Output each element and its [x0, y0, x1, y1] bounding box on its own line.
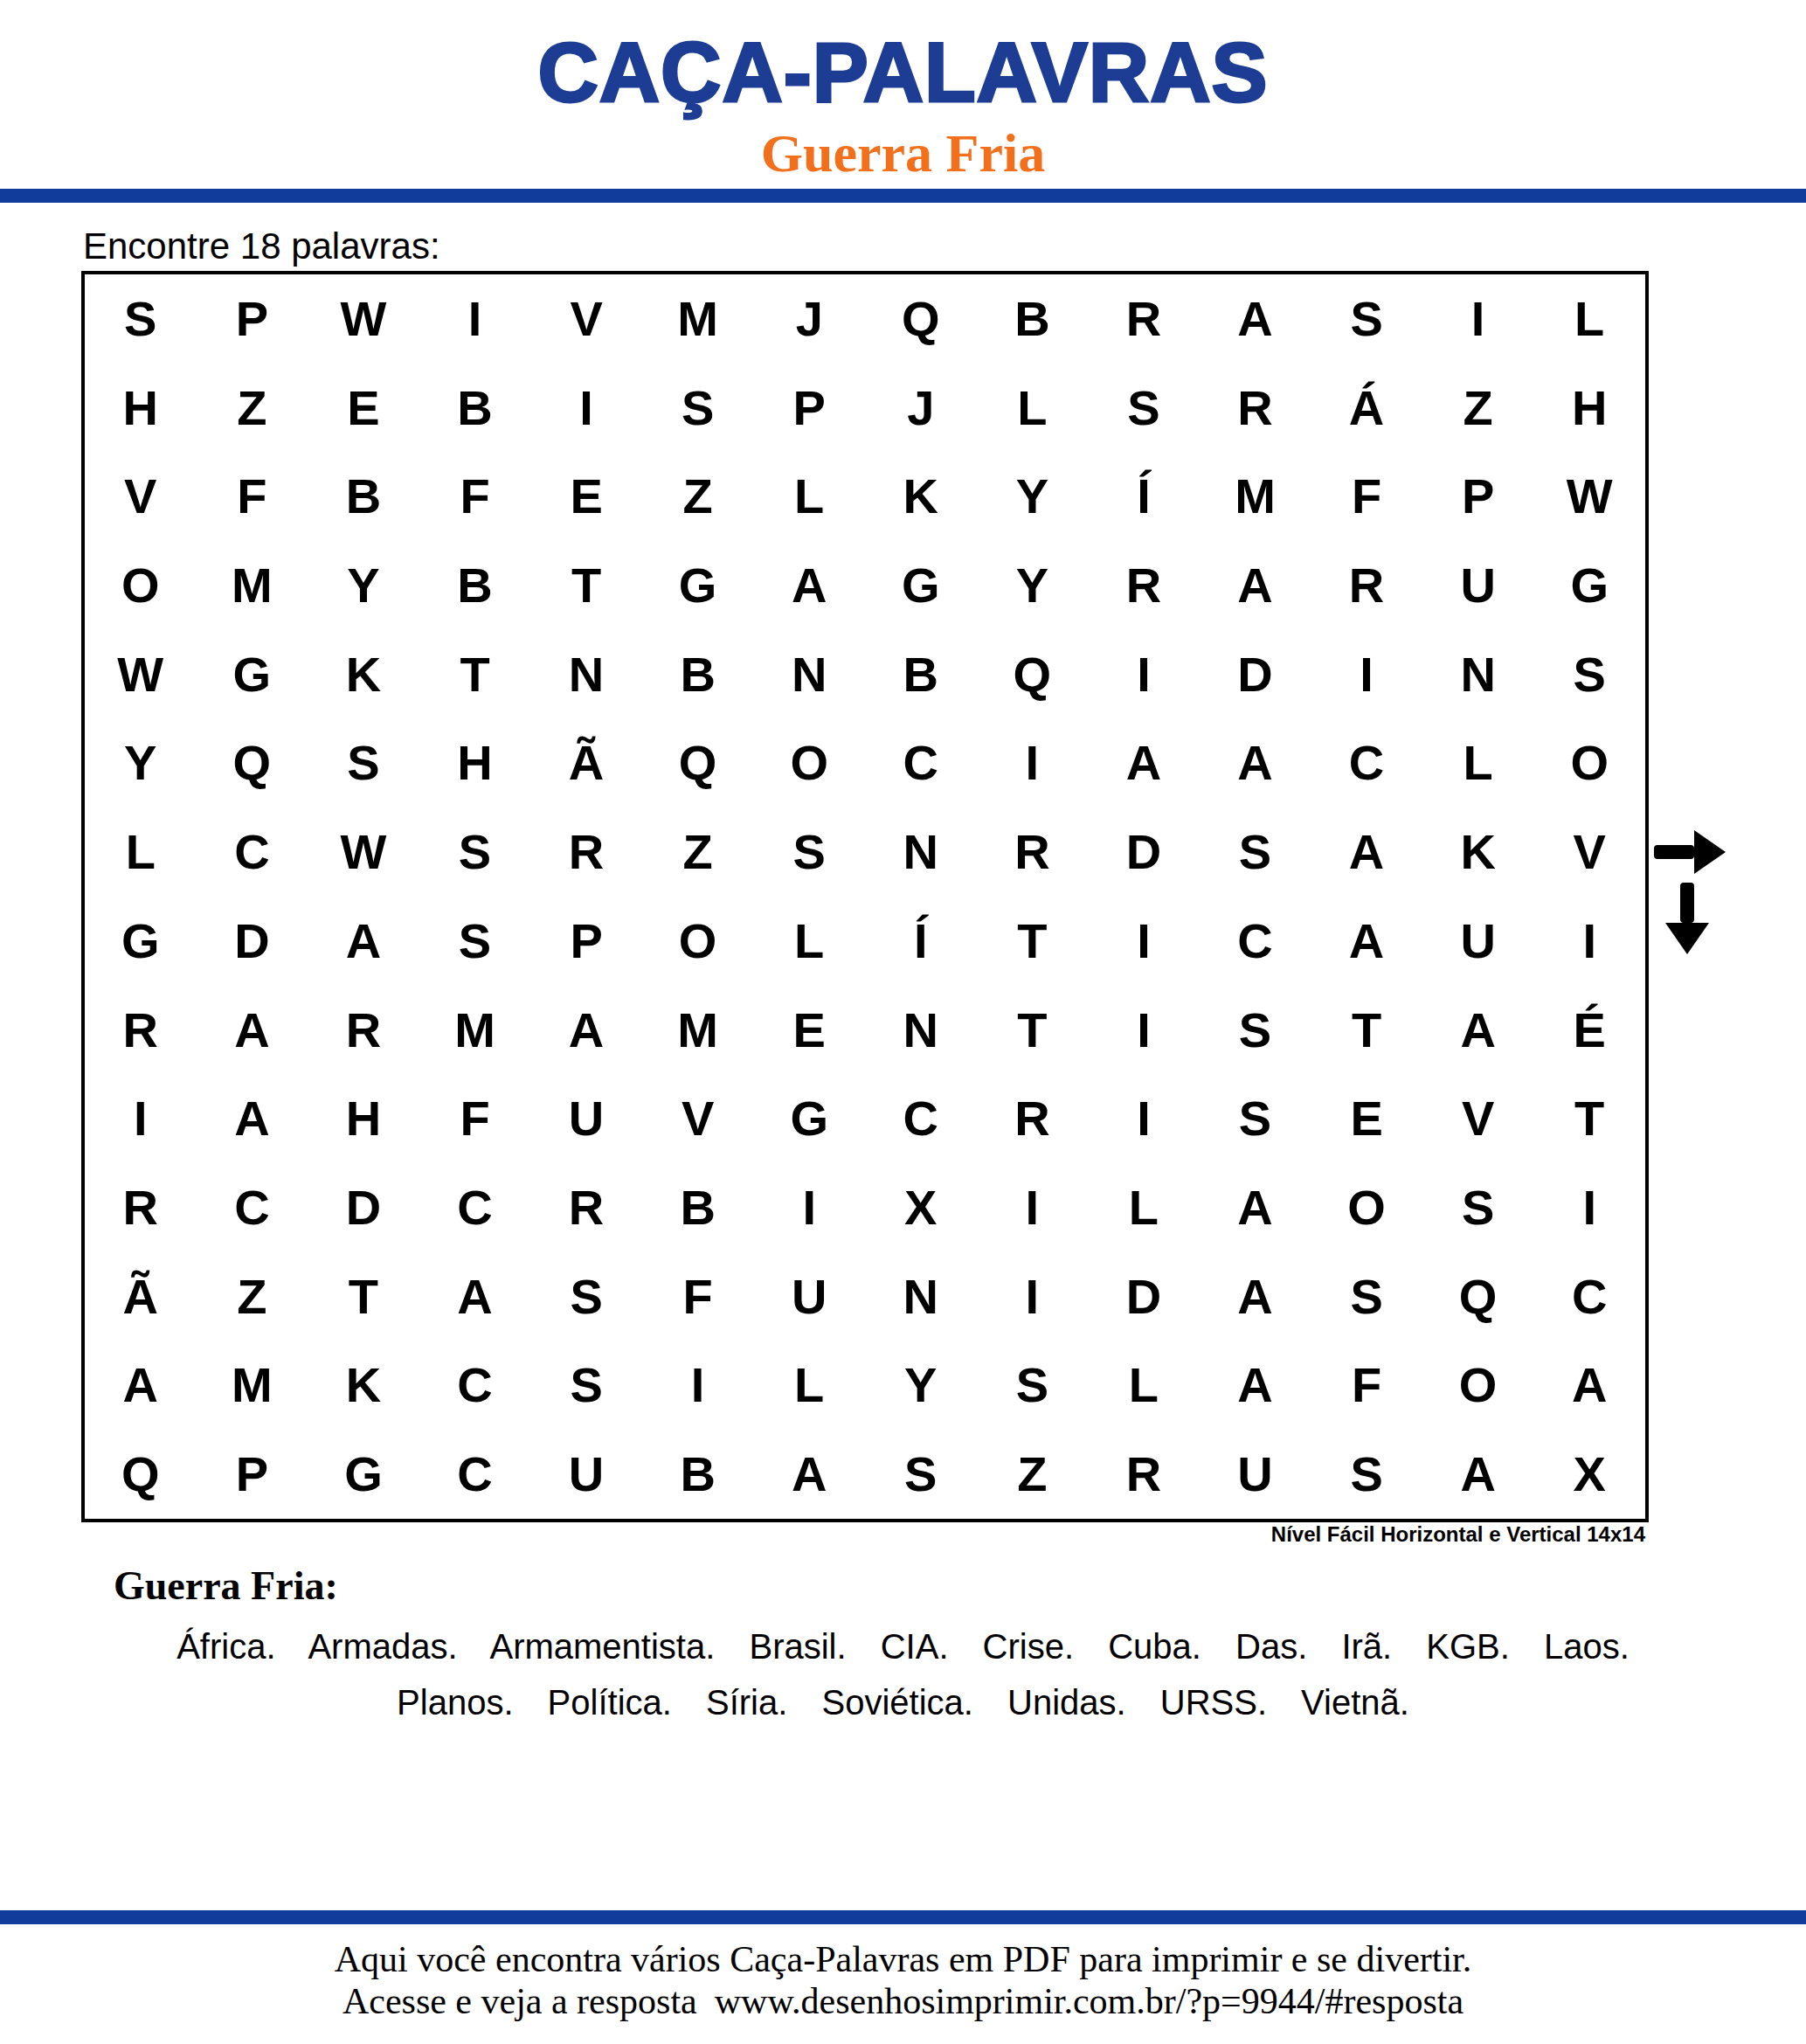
grid-cell[interactable]: B	[419, 541, 531, 630]
grid-cell[interactable]: X	[865, 1163, 977, 1252]
grid-cell[interactable]: Y	[977, 452, 1089, 541]
down-arrow-icon	[1665, 883, 1709, 954]
grid-cell[interactable]: Q	[1422, 1252, 1534, 1341]
grid-cell[interactable]: S	[1311, 1252, 1422, 1341]
grid-cell[interactable]: A	[1200, 719, 1311, 808]
grid-cell[interactable]: I	[1088, 897, 1200, 986]
grid-cell[interactable]: S	[419, 897, 531, 986]
grid-cell[interactable]: T	[419, 630, 531, 719]
grid-cell[interactable]: S	[865, 1430, 977, 1519]
grid-cell[interactable]: P	[753, 364, 865, 453]
word-list-line-1: África. Armadas. Armamentista. Brasil. C…	[0, 1627, 1806, 1666]
grid-cell[interactable]: Q	[642, 719, 754, 808]
grid-cell[interactable]: R	[1088, 274, 1200, 364]
grid-cell[interactable]: P	[1422, 452, 1534, 541]
grid-cell[interactable]: A	[1088, 719, 1200, 808]
grid-cell[interactable]: S	[1422, 1163, 1534, 1252]
grid-cell[interactable]: C	[419, 1430, 531, 1519]
grid-cell[interactable]: C	[197, 1163, 308, 1252]
grid-cell[interactable]: K	[308, 630, 419, 719]
grid-cell[interactable]: S	[1200, 807, 1311, 897]
grid-cell[interactable]: W	[308, 274, 419, 364]
grid-cell[interactable]: C	[1533, 1252, 1645, 1341]
grid-cell[interactable]: O	[642, 897, 754, 986]
grid-cell[interactable]: J	[865, 364, 977, 453]
grid-cell[interactable]: L	[977, 364, 1089, 453]
grid-cell[interactable]: U	[1422, 541, 1534, 630]
grid-cell[interactable]: R	[530, 1163, 642, 1252]
down-arrow-shaft	[1680, 883, 1694, 923]
grid-cell[interactable]: U	[530, 1430, 642, 1519]
grid-cell[interactable]: L	[753, 1341, 865, 1431]
grid-cell[interactable]: S	[753, 807, 865, 897]
grid-cell[interactable]: A	[1311, 897, 1422, 986]
grid-cell[interactable]: T	[977, 986, 1089, 1075]
grid-cell[interactable]: G	[197, 630, 308, 719]
grid-cell[interactable]: R	[1088, 1430, 1200, 1519]
grid-cell[interactable]: B	[977, 274, 1089, 364]
grid-cell[interactable]: A	[1200, 541, 1311, 630]
grid-cell[interactable]: A	[1533, 1341, 1645, 1431]
grid-cell[interactable]: I	[1533, 1163, 1645, 1252]
grid-cell[interactable]: P	[197, 1430, 308, 1519]
grid-cell[interactable]: T	[308, 1252, 419, 1341]
grid-cell[interactable]: K	[308, 1341, 419, 1431]
grid-cell[interactable]: W	[1533, 452, 1645, 541]
right-arrow-head	[1694, 830, 1726, 874]
grid-cell[interactable]: O	[753, 719, 865, 808]
grid-cell[interactable]: B	[642, 1163, 754, 1252]
grid-cell[interactable]: E	[530, 452, 642, 541]
grid-cell[interactable]: L	[753, 897, 865, 986]
grid-cell[interactable]: Q	[197, 719, 308, 808]
grid-cell[interactable]: J	[753, 274, 865, 364]
grid-cell[interactable]: E	[1311, 1074, 1422, 1163]
header-divider	[0, 189, 1806, 203]
grid-cell[interactable]: I	[1088, 986, 1200, 1075]
grid-cell[interactable]: A	[1422, 986, 1534, 1075]
grid-cell[interactable]: Q	[865, 274, 977, 364]
footer-divider	[0, 1910, 1806, 1924]
grid-cell[interactable]: G	[1533, 541, 1645, 630]
grid-cell[interactable]: L	[753, 452, 865, 541]
grid-cell[interactable]: P	[530, 897, 642, 986]
grid-cell[interactable]: N	[865, 986, 977, 1075]
grid-cell[interactable]: S	[85, 274, 197, 364]
page-subtitle: Guerra Fria	[0, 122, 1806, 184]
grid-cell[interactable]: G	[85, 897, 197, 986]
grid-cell[interactable]: A	[753, 1430, 865, 1519]
grid-cell[interactable]: A	[197, 1074, 308, 1163]
grid-cell[interactable]: M	[642, 274, 754, 364]
grid-cell[interactable]: É	[1533, 986, 1645, 1075]
grid-cell[interactable]: Ã	[530, 719, 642, 808]
grid-cell[interactable]: Y	[85, 719, 197, 808]
grid-cell[interactable]: U	[1422, 897, 1534, 986]
grid-cell[interactable]: M	[642, 986, 754, 1075]
grid-cell[interactable]: R	[530, 807, 642, 897]
grid-cell[interactable]: T	[1533, 1074, 1645, 1163]
grid-cell[interactable]: B	[642, 630, 754, 719]
grid-cell[interactable]: C	[1311, 719, 1422, 808]
grid-cell[interactable]: W	[85, 630, 197, 719]
grid-cell[interactable]: S	[308, 719, 419, 808]
grid-cell[interactable]: Ã	[85, 1252, 197, 1341]
grid-cell[interactable]: S	[1533, 630, 1645, 719]
grid-cell[interactable]: O	[1311, 1163, 1422, 1252]
grid-cell[interactable]: F	[419, 452, 531, 541]
grid-cell[interactable]: V	[85, 452, 197, 541]
grid-cell[interactable]: I	[977, 719, 1089, 808]
grid-cell[interactable]: S	[1088, 364, 1200, 453]
grid-cell[interactable]: S	[1311, 1430, 1422, 1519]
grid-cell[interactable]: L	[1422, 719, 1534, 808]
grid-cell[interactable]: U	[530, 1074, 642, 1163]
grid-cell[interactable]: I	[1088, 630, 1200, 719]
grid-cell[interactable]: L	[85, 807, 197, 897]
grid-cell[interactable]: S	[530, 1252, 642, 1341]
page: CAÇA-PALAVRAS Guerra Fria Encontre 18 pa…	[0, 0, 1806, 2044]
grid-cell[interactable]: I	[85, 1074, 197, 1163]
grid-cell[interactable]: B	[419, 364, 531, 453]
grid-cell[interactable]: Á	[1311, 364, 1422, 453]
grid-cell[interactable]: H	[1533, 364, 1645, 453]
grid-cell[interactable]: C	[419, 1341, 531, 1431]
grid-cell[interactable]: D	[197, 897, 308, 986]
down-arrow-head	[1665, 923, 1709, 954]
grid-cell[interactable]: Í	[1088, 452, 1200, 541]
grid-cell[interactable]: Z	[977, 1430, 1089, 1519]
grid-cell[interactable]: B	[865, 630, 977, 719]
grid-cell[interactable]: Y	[865, 1341, 977, 1431]
grid-cell[interactable]: I	[753, 1163, 865, 1252]
grid-cell[interactable]: T	[530, 541, 642, 630]
grid-cell[interactable]: N	[753, 630, 865, 719]
grid-cell[interactable]: Q	[85, 1430, 197, 1519]
grid-cell[interactable]: V	[642, 1074, 754, 1163]
grid-cell[interactable]: I	[977, 1252, 1089, 1341]
grid-cell[interactable]: A	[419, 1252, 531, 1341]
grid-cell[interactable]: F	[642, 1252, 754, 1341]
grid-cell[interactable]: R	[85, 986, 197, 1075]
grid-cell[interactable]: A	[197, 986, 308, 1075]
grid-cell[interactable]: Z	[642, 452, 754, 541]
footer-answer-line: Acesse e veja a respostawww.desenhosimpr…	[0, 1980, 1806, 2022]
grid-cell[interactable]: E	[308, 364, 419, 453]
grid-cell[interactable]: H	[308, 1074, 419, 1163]
grid-cell[interactable]: C	[419, 1163, 531, 1252]
grid-cell[interactable]: F	[197, 452, 308, 541]
grid-cell[interactable]: T	[1311, 986, 1422, 1075]
grid-cell[interactable]: G	[753, 1074, 865, 1163]
grid-cell[interactable]: S	[1311, 274, 1422, 364]
grid-cell[interactable]: R	[977, 1074, 1089, 1163]
grid-cell[interactable]: I	[1422, 274, 1534, 364]
grid-cell[interactable]: P	[197, 274, 308, 364]
grid-cell[interactable]: O	[1533, 719, 1645, 808]
grid-cell[interactable]: D	[308, 1163, 419, 1252]
grid-cell[interactable]: Q	[977, 630, 1089, 719]
grid-cell[interactable]: O	[1422, 1341, 1534, 1431]
grid-cell[interactable]: D	[1200, 630, 1311, 719]
grid-cell[interactable]: I	[977, 1163, 1089, 1252]
page-title: CAÇA-PALAVRAS	[0, 24, 1806, 121]
grid-cell[interactable]: A	[530, 986, 642, 1075]
grid-cell[interactable]: E	[753, 986, 865, 1075]
grid-cell[interactable]: H	[419, 719, 531, 808]
grid-cell[interactable]: Y	[977, 541, 1089, 630]
grid-cell[interactable]: D	[1088, 1252, 1200, 1341]
grid-cell[interactable]: C	[865, 719, 977, 808]
grid-cell[interactable]: Í	[865, 897, 977, 986]
grid-cell[interactable]: N	[1422, 630, 1534, 719]
grid-cell[interactable]: H	[85, 364, 197, 453]
grid-cell[interactable]: L	[1533, 274, 1645, 364]
grid-cell[interactable]: M	[1200, 452, 1311, 541]
grid-cell[interactable]: I	[530, 364, 642, 453]
grid-cell[interactable]: W	[308, 807, 419, 897]
grid-cell[interactable]: G	[308, 1430, 419, 1519]
grid-cell[interactable]: B	[308, 452, 419, 541]
instruction-label: Encontre 18 palavras:	[83, 225, 440, 267]
answer-prefix: Acesse e veja a resposta	[343, 1981, 697, 2021]
grid-cell[interactable]: R	[977, 807, 1089, 897]
word-search-grid: SPWIVMJQBRASILHZEBISPJLSRÁZHVFBFEZLKYÍMF…	[81, 271, 1649, 1522]
grid-cell[interactable]: Z	[642, 807, 754, 897]
grid-cell[interactable]: I	[419, 274, 531, 364]
grid-cell[interactable]: M	[419, 986, 531, 1075]
grid-cell[interactable]: A	[1200, 1341, 1311, 1431]
grid-cell[interactable]: K	[865, 452, 977, 541]
grid-cell[interactable]: A	[85, 1341, 197, 1431]
grid-cell[interactable]: C	[1200, 897, 1311, 986]
grid-cell[interactable]: N	[865, 807, 977, 897]
grid-cell[interactable]: S	[530, 1341, 642, 1431]
grid-cell[interactable]: S	[977, 1341, 1089, 1431]
grid-cell[interactable]: L	[1088, 1341, 1200, 1431]
right-arrow-shaft	[1654, 845, 1694, 859]
answer-url[interactable]: www.desenhosimprimir.com.br/?p=9944/#res…	[715, 1981, 1463, 2021]
word-list-line-2: Planos. Política. Síria. Soviética. Unid…	[0, 1683, 1806, 1722]
grid-cell[interactable]: F	[419, 1074, 531, 1163]
grid-cell[interactable]: U	[753, 1252, 865, 1341]
grid-cell[interactable]: V	[1533, 807, 1645, 897]
grid-cell[interactable]: A	[1422, 1430, 1534, 1519]
grid-cell[interactable]: R	[1088, 541, 1200, 630]
grid-cell[interactable]: A	[1311, 807, 1422, 897]
grid-cell[interactable]: S	[1200, 1074, 1311, 1163]
word-list-heading: Guerra Fria:	[114, 1562, 338, 1609]
grid-cell[interactable]: R	[1200, 364, 1311, 453]
grid-cell[interactable]: I	[642, 1341, 754, 1431]
grid-cell[interactable]: A	[1200, 1163, 1311, 1252]
grid-cell[interactable]: R	[85, 1163, 197, 1252]
grid-cell[interactable]: A	[753, 541, 865, 630]
grid-cell[interactable]: X	[1533, 1430, 1645, 1519]
grid-cell[interactable]: S	[642, 364, 754, 453]
grid-cell[interactable]: M	[197, 1341, 308, 1431]
grid-cell[interactable]: N	[865, 1252, 977, 1341]
footer-text: Aqui você encontra vários Caça-Palavras …	[0, 1938, 1806, 1980]
grid-cell[interactable]: Y	[308, 541, 419, 630]
grid-cell[interactable]: F	[1311, 452, 1422, 541]
grid-cell[interactable]: R	[308, 986, 419, 1075]
grid-cell[interactable]: Z	[197, 364, 308, 453]
grid-cell[interactable]: V	[530, 274, 642, 364]
grid-cell[interactable]: A	[1200, 274, 1311, 364]
grid-cell[interactable]: I	[1311, 630, 1422, 719]
grid-cell[interactable]: F	[1311, 1341, 1422, 1431]
grid-cell[interactable]: I	[1533, 897, 1645, 986]
grid-cell[interactable]: N	[530, 630, 642, 719]
grid-cell[interactable]: G	[642, 541, 754, 630]
grid-cell[interactable]: O	[85, 541, 197, 630]
grid-cell[interactable]: A	[308, 897, 419, 986]
grid-cell[interactable]: C	[865, 1074, 977, 1163]
grid-cell[interactable]: I	[1088, 1074, 1200, 1163]
grid-cell[interactable]: R	[1311, 541, 1422, 630]
grid-cell[interactable]: Z	[197, 1252, 308, 1341]
grid-caption: Nível Fácil Horizontal e Vertical 14x14	[946, 1522, 1645, 1547]
grid-cell[interactable]: G	[865, 541, 977, 630]
grid-cell[interactable]: K	[1422, 807, 1534, 897]
grid-cell[interactable]: V	[1422, 1074, 1534, 1163]
grid-cell[interactable]: Z	[1422, 364, 1534, 453]
right-arrow-icon	[1654, 830, 1726, 874]
grid-cell[interactable]: A	[1200, 1252, 1311, 1341]
grid-cell[interactable]: L	[1088, 1163, 1200, 1252]
grid-cell[interactable]: S	[419, 807, 531, 897]
grid-cell[interactable]: T	[977, 897, 1089, 986]
grid-cell[interactable]: M	[197, 541, 308, 630]
grid-cell[interactable]: B	[642, 1430, 754, 1519]
grid-cell[interactable]: U	[1200, 1430, 1311, 1519]
grid-cell[interactable]: D	[1088, 807, 1200, 897]
grid-cell[interactable]: C	[197, 807, 308, 897]
grid-cell[interactable]: S	[1200, 986, 1311, 1075]
